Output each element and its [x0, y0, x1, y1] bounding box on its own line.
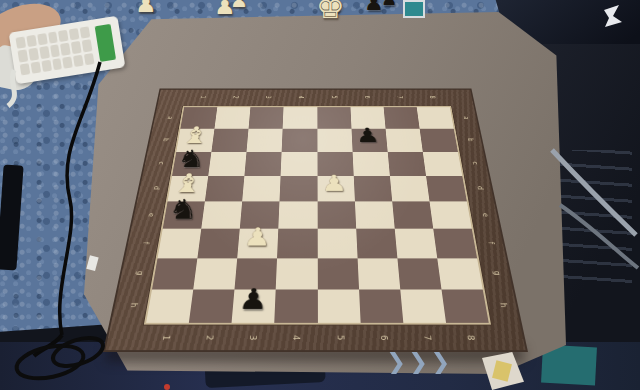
square-f5 — [317, 229, 357, 258]
square-a3 — [249, 107, 284, 128]
square-h4 — [275, 289, 318, 323]
teal-object-top — [403, 0, 425, 18]
edge-label-5: 5 — [335, 333, 344, 342]
square-d6 — [353, 176, 392, 202]
edge-label-d: d — [151, 185, 160, 192]
square-e5 — [317, 201, 356, 228]
square-a5 — [317, 107, 351, 128]
edge-label-7: 7 — [395, 94, 402, 99]
square-f7 — [395, 229, 438, 258]
edge-label-6: 6 — [378, 333, 387, 342]
square-h1 — [146, 289, 193, 323]
square-b4 — [282, 129, 317, 152]
green-sticker — [95, 24, 116, 62]
edge-label-4: 4 — [297, 94, 304, 99]
square-f2 — [198, 229, 240, 258]
edge-label-a: a — [165, 115, 173, 120]
edge-label-a: a — [461, 115, 469, 120]
chess-board: 1122334455667788aabbccddeeffgghh ♝♞♝♞♟♟♟… — [103, 89, 528, 352]
square-c3 — [245, 152, 282, 176]
edge-label-f: f — [486, 239, 495, 246]
square-c1 — [172, 152, 211, 176]
edge-label-e: e — [146, 211, 155, 218]
square-f3 — [237, 229, 278, 258]
square-d7 — [390, 176, 430, 202]
square-h6 — [359, 289, 403, 323]
edge-label-2: 2 — [231, 94, 238, 99]
edge-label-3: 3 — [264, 94, 271, 99]
square-a8 — [417, 107, 454, 128]
square-e7 — [392, 201, 433, 228]
edge-label-6: 6 — [363, 94, 370, 99]
edge-label-7: 7 — [421, 333, 431, 342]
square-a6 — [350, 107, 385, 128]
square-d4 — [280, 176, 317, 202]
square-e4 — [279, 201, 318, 228]
edge-label-4: 4 — [291, 333, 300, 342]
square-d5 — [317, 176, 354, 202]
edge-label-g: g — [491, 269, 501, 277]
square-h3 — [232, 289, 276, 323]
square-h7 — [400, 289, 446, 323]
edge-label-b: b — [466, 137, 474, 143]
edge-label-5: 5 — [330, 94, 337, 99]
square-g2 — [193, 258, 237, 289]
edge-label-h: h — [498, 301, 508, 310]
tournament-scene-photo: 1122334455667788aabbccddeeffgghh ♝♞♝♞♟♟♟… — [0, 0, 640, 390]
square-a7 — [383, 107, 419, 128]
edge-label-d: d — [475, 185, 484, 192]
keyboard-keys — [15, 26, 94, 75]
square-d2 — [205, 176, 245, 202]
square-a1 — [180, 107, 217, 128]
edge-label-3: 3 — [247, 333, 256, 342]
square-b7 — [385, 129, 422, 152]
edge-label-b: b — [161, 137, 169, 143]
square-f1 — [158, 229, 202, 258]
square-d3 — [242, 176, 281, 202]
square-f6 — [356, 229, 397, 258]
square-b8 — [420, 129, 458, 152]
square-e1 — [163, 201, 205, 228]
edge-label-1: 1 — [199, 94, 206, 99]
square-e2 — [201, 201, 242, 228]
square-c8 — [423, 152, 463, 176]
square-c5 — [317, 152, 353, 176]
edge-label-h: h — [128, 301, 138, 310]
carpet-chevron-pattern: ❯❯❯ — [386, 348, 486, 374]
square-e6 — [355, 201, 395, 228]
edge-label-1: 1 — [160, 333, 170, 342]
square-c6 — [352, 152, 389, 176]
furniture-leg — [0, 164, 24, 270]
set-aside-white-king: ♚ — [316, 0, 345, 26]
square-c7 — [387, 152, 425, 176]
square-h2 — [189, 289, 235, 323]
square-h5 — [317, 289, 360, 323]
square-g4 — [276, 258, 317, 289]
square-g1 — [152, 258, 197, 289]
square-e3 — [240, 201, 280, 228]
square-a4 — [283, 107, 317, 128]
square-g8 — [437, 258, 483, 289]
edge-label-c: c — [156, 160, 164, 166]
board-grid — [146, 107, 489, 323]
square-b5 — [317, 129, 352, 152]
square-a2 — [215, 107, 251, 128]
square-c4 — [281, 152, 317, 176]
square-d8 — [426, 176, 467, 202]
edge-label-2: 2 — [204, 333, 214, 342]
square-g6 — [357, 258, 400, 289]
square-e8 — [429, 201, 471, 228]
square-f4 — [277, 229, 317, 258]
set-aside-white-pawn: ♟ — [135, 0, 157, 18]
set-aside-white-pawn: ♟ — [230, 0, 248, 12]
edge-label-8: 8 — [465, 333, 475, 342]
square-h8 — [441, 289, 488, 323]
square-g7 — [397, 258, 441, 289]
square-c2 — [208, 152, 246, 176]
edge-label-f: f — [140, 239, 149, 246]
square-g5 — [317, 258, 358, 289]
set-aside-black-pawn: ♟ — [381, 0, 397, 9]
square-b2 — [212, 129, 249, 152]
edge-label-g: g — [134, 269, 144, 277]
edge-label-c: c — [470, 160, 479, 166]
square-b1 — [176, 129, 214, 152]
edge-label-e: e — [480, 211, 489, 218]
square-d1 — [168, 176, 209, 202]
square-f8 — [433, 229, 477, 258]
red-dot — [164, 384, 170, 390]
edge-label-8: 8 — [428, 94, 435, 99]
square-b6 — [351, 129, 387, 152]
square-g3 — [235, 258, 278, 289]
square-b3 — [247, 129, 283, 152]
